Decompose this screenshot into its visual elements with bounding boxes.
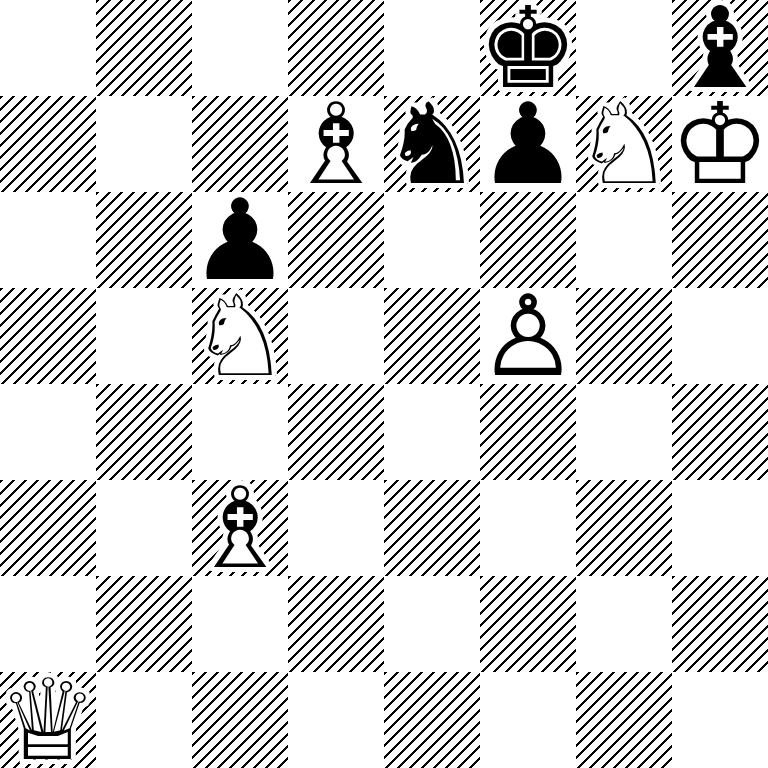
- square-e7[interactable]: ♞♞: [384, 96, 480, 192]
- black-king-f8: ♚: [480, 0, 576, 96]
- square-h6[interactable]: [672, 192, 768, 288]
- black-king-halo: ♚: [480, 0, 576, 96]
- square-c2[interactable]: [192, 576, 288, 672]
- white-bishop-halo: ♝: [288, 96, 384, 192]
- square-f4[interactable]: [480, 384, 576, 480]
- square-d6[interactable]: [288, 192, 384, 288]
- white-king-halo: ♚: [672, 96, 768, 192]
- square-c1[interactable]: [192, 672, 288, 768]
- square-c7[interactable]: [192, 96, 288, 192]
- square-b8[interactable]: [96, 0, 192, 96]
- square-g3[interactable]: [576, 480, 672, 576]
- square-b4[interactable]: [96, 384, 192, 480]
- square-d8[interactable]: [288, 0, 384, 96]
- square-e5[interactable]: [384, 288, 480, 384]
- square-h1[interactable]: [672, 672, 768, 768]
- square-a7[interactable]: [0, 96, 96, 192]
- square-a6[interactable]: [0, 192, 96, 288]
- square-b1[interactable]: [96, 672, 192, 768]
- square-e6[interactable]: [384, 192, 480, 288]
- square-g8[interactable]: [576, 0, 672, 96]
- square-h2[interactable]: [672, 576, 768, 672]
- square-d5[interactable]: [288, 288, 384, 384]
- square-d3[interactable]: [288, 480, 384, 576]
- square-d1[interactable]: [288, 672, 384, 768]
- square-f7[interactable]: ♟♟: [480, 96, 576, 192]
- white-pawn-f5: ♙: [480, 288, 576, 384]
- square-e2[interactable]: [384, 576, 480, 672]
- square-e4[interactable]: [384, 384, 480, 480]
- square-a4[interactable]: [0, 384, 96, 480]
- square-h4[interactable]: [672, 384, 768, 480]
- square-c6[interactable]: ♟♟: [192, 192, 288, 288]
- square-g1[interactable]: [576, 672, 672, 768]
- square-h5[interactable]: [672, 288, 768, 384]
- square-b3[interactable]: [96, 480, 192, 576]
- square-f5[interactable]: ♟♙: [480, 288, 576, 384]
- black-pawn-halo: ♟: [192, 192, 288, 288]
- square-c3[interactable]: ♝♗: [192, 480, 288, 576]
- square-g6[interactable]: [576, 192, 672, 288]
- square-g7[interactable]: ♞♘: [576, 96, 672, 192]
- square-e3[interactable]: [384, 480, 480, 576]
- square-b5[interactable]: [96, 288, 192, 384]
- black-pawn-c6: ♟: [192, 192, 288, 288]
- square-a2[interactable]: [0, 576, 96, 672]
- square-c5[interactable]: ♞♘: [192, 288, 288, 384]
- square-f2[interactable]: [480, 576, 576, 672]
- square-f8[interactable]: ♚♚: [480, 0, 576, 96]
- square-f1[interactable]: [480, 672, 576, 768]
- square-a1[interactable]: ♛♕: [0, 672, 96, 768]
- black-bishop-h8: ♝: [672, 0, 768, 96]
- square-a5[interactable]: [0, 288, 96, 384]
- black-knight-halo: ♞: [384, 96, 480, 192]
- white-king-h7: ♔: [672, 96, 768, 192]
- black-bishop-halo: ♝: [672, 0, 768, 96]
- white-bishop-c3: ♗: [192, 480, 288, 576]
- square-d7[interactable]: ♝♗: [288, 96, 384, 192]
- white-knight-g7: ♘: [576, 96, 672, 192]
- chess-board: ♚♚♝♝♝♗♞♞♟♟♞♘♚♔♟♟♞♘♟♙♝♗♛♕: [0, 0, 768, 768]
- black-pawn-halo: ♟: [480, 96, 576, 192]
- square-e8[interactable]: [384, 0, 480, 96]
- square-b6[interactable]: [96, 192, 192, 288]
- square-h7[interactable]: ♚♔: [672, 96, 768, 192]
- square-h8[interactable]: ♝♝: [672, 0, 768, 96]
- white-knight-halo: ♞: [576, 96, 672, 192]
- square-g4[interactable]: [576, 384, 672, 480]
- black-pawn-f7: ♟: [480, 96, 576, 192]
- square-a8[interactable]: [0, 0, 96, 96]
- white-pawn-halo: ♟: [480, 288, 576, 384]
- square-f3[interactable]: [480, 480, 576, 576]
- square-g5[interactable]: [576, 288, 672, 384]
- square-a3[interactable]: [0, 480, 96, 576]
- white-knight-halo: ♞: [192, 288, 288, 384]
- white-queen-halo: ♛: [0, 672, 96, 768]
- white-knight-c5: ♘: [192, 288, 288, 384]
- square-d2[interactable]: [288, 576, 384, 672]
- white-queen-a1: ♕: [0, 672, 96, 768]
- square-b2[interactable]: [96, 576, 192, 672]
- square-g2[interactable]: [576, 576, 672, 672]
- square-c4[interactable]: [192, 384, 288, 480]
- square-f6[interactable]: [480, 192, 576, 288]
- square-b7[interactable]: [96, 96, 192, 192]
- square-e1[interactable]: [384, 672, 480, 768]
- black-knight-e7: ♞: [384, 96, 480, 192]
- square-c8[interactable]: [192, 0, 288, 96]
- white-bishop-d7: ♗: [288, 96, 384, 192]
- square-h3[interactable]: [672, 480, 768, 576]
- square-d4[interactable]: [288, 384, 384, 480]
- white-bishop-halo: ♝: [192, 480, 288, 576]
